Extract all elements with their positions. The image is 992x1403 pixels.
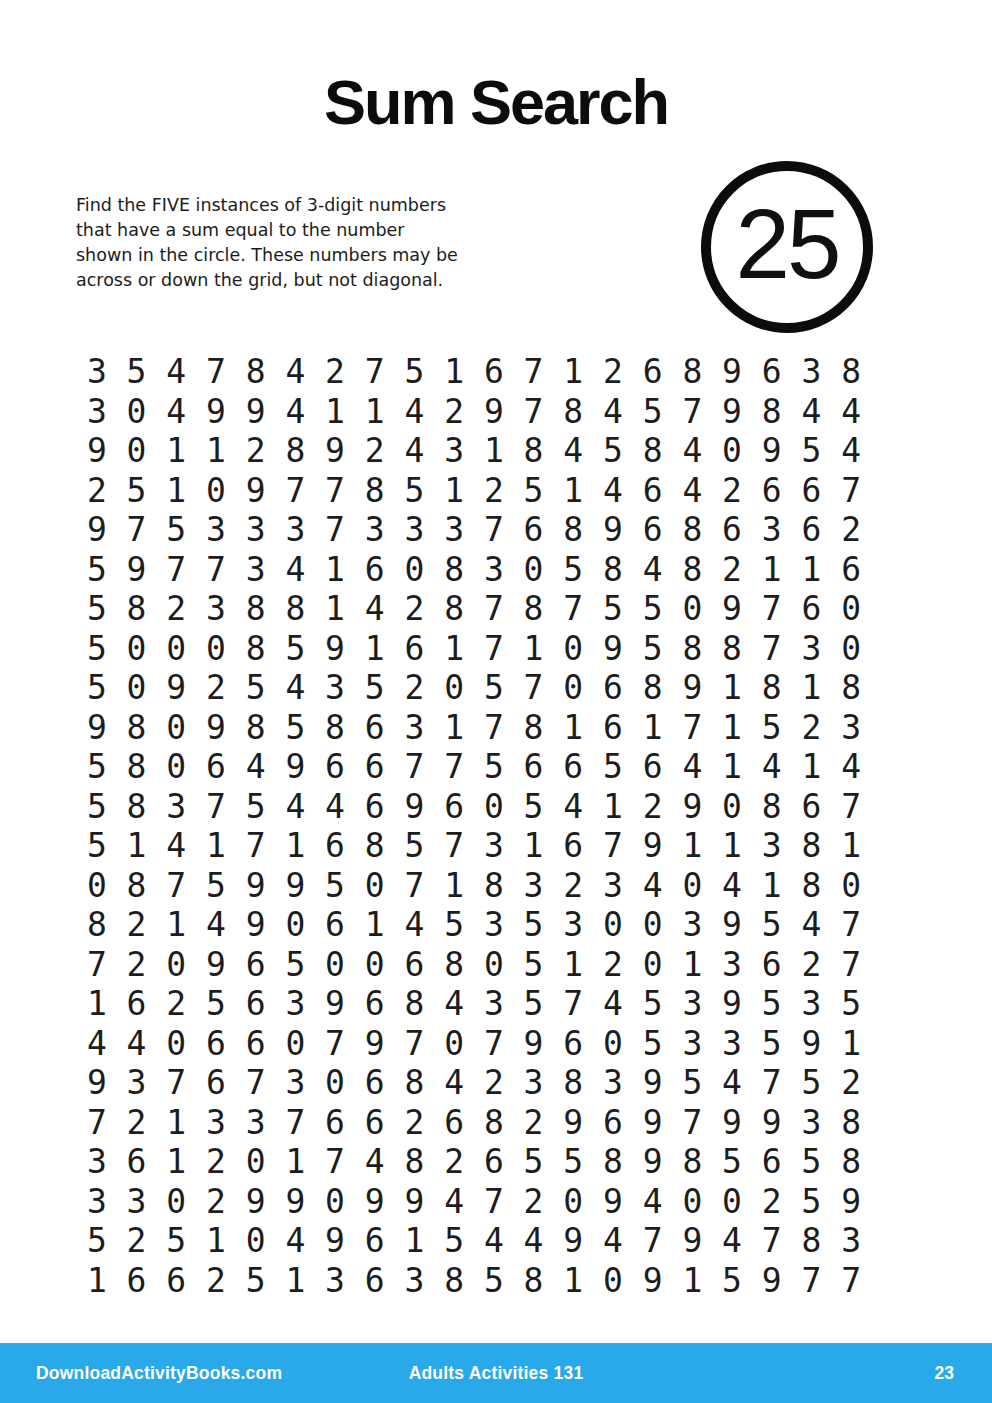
grid-cell: 7 (474, 629, 514, 669)
grid-cell: 8 (593, 1142, 633, 1182)
grid-cell: 6 (593, 1103, 633, 1143)
grid-cell: 4 (395, 392, 435, 432)
grid-cell: 9 (77, 510, 117, 550)
grid-cell: 5 (77, 747, 117, 787)
grid-cell: 7 (355, 352, 395, 392)
page-title: Sum Search (0, 66, 992, 138)
grid-cell: 4 (196, 905, 236, 945)
grid-cell: 8 (276, 589, 316, 629)
grid-cell: 6 (514, 747, 554, 787)
grid-cell: 5 (156, 510, 196, 550)
grid-cell: 9 (236, 392, 276, 432)
grid-cell: 1 (77, 1261, 117, 1301)
grid-cell: 3 (395, 708, 435, 748)
grid-cell: 0 (355, 945, 395, 985)
grid-cell: 8 (831, 352, 871, 392)
grid-cell: 1 (593, 787, 633, 827)
grid-cell: 5 (434, 1221, 474, 1261)
grid-cell: 1 (434, 352, 474, 392)
grid-cell: 1 (156, 1142, 196, 1182)
grid-cell: 2 (117, 945, 157, 985)
grid-cell: 8 (633, 431, 673, 471)
grid-cell: 9 (77, 708, 117, 748)
grid-cell: 6 (593, 708, 633, 748)
grid-cell: 7 (474, 1182, 514, 1222)
grid-cell: 3 (395, 510, 435, 550)
grid-cell: 3 (236, 510, 276, 550)
grid-cell: 5 (474, 747, 514, 787)
grid-cell: 1 (77, 984, 117, 1024)
grid-cell: 5 (792, 1063, 832, 1103)
grid-cell: 5 (633, 589, 673, 629)
grid-cell: 2 (514, 1103, 554, 1143)
grid-cell: 8 (315, 708, 355, 748)
grid-cell: 6 (633, 352, 673, 392)
instruction-line: Find the FIVE instances of 3-digit numbe… (76, 193, 546, 218)
grid-cell: 7 (236, 1063, 276, 1103)
grid-cell: 3 (514, 1063, 554, 1103)
grid-cell: 8 (673, 550, 713, 590)
grid-cell: 3 (395, 1261, 435, 1301)
grid-cell: 0 (355, 866, 395, 906)
grid-cell: 0 (117, 431, 157, 471)
grid-cell: 1 (156, 471, 196, 511)
grid-cell: 0 (434, 1024, 474, 1064)
grid-cell: 4 (593, 471, 633, 511)
grid-cell: 6 (474, 352, 514, 392)
grid-cell: 5 (77, 1221, 117, 1261)
grid-cell: 5 (752, 1024, 792, 1064)
grid-cell: 1 (673, 1261, 713, 1301)
grid-cell: 6 (792, 589, 832, 629)
grid-cell: 3 (792, 629, 832, 669)
grid-cell: 6 (593, 668, 633, 708)
grid-cell: 6 (633, 510, 673, 550)
grid-cell: 2 (831, 1063, 871, 1103)
grid-cell: 1 (831, 1024, 871, 1064)
grid-cell: 8 (434, 589, 474, 629)
grid-cell: 9 (77, 431, 117, 471)
grid-cell: 3 (196, 589, 236, 629)
grid-cell: 5 (514, 905, 554, 945)
grid-cell: 5 (236, 787, 276, 827)
grid-cell: 2 (315, 352, 355, 392)
grid-cell: 8 (752, 392, 792, 432)
grid-cell: 8 (276, 431, 316, 471)
grid-cell: 3 (315, 668, 355, 708)
grid-cell: 1 (633, 708, 673, 748)
grid-cell: 0 (553, 668, 593, 708)
grid-cell: 3 (117, 1063, 157, 1103)
grid-cell: 1 (156, 905, 196, 945)
grid-cell: 7 (196, 787, 236, 827)
grid-cell: 1 (276, 1261, 316, 1301)
grid-cell: 2 (117, 1103, 157, 1143)
grid-cell: 1 (395, 1221, 435, 1261)
grid-cell: 4 (276, 392, 316, 432)
grid-cell: 5 (633, 629, 673, 669)
grid-cell: 7 (792, 1261, 832, 1301)
grid-cell: 9 (633, 1063, 673, 1103)
grid-cell: 2 (831, 510, 871, 550)
grid-cell: 4 (593, 984, 633, 1024)
grid-cell: 2 (196, 1261, 236, 1301)
grid-cell: 4 (434, 1182, 474, 1222)
grid-cell: 0 (117, 392, 157, 432)
grid-cell: 0 (395, 550, 435, 590)
grid-cell: 4 (673, 747, 713, 787)
grid-cell: 5 (514, 984, 554, 1024)
grid-cell: 2 (117, 1221, 157, 1261)
grid-cell: 1 (315, 550, 355, 590)
grid-cell: 0 (712, 787, 752, 827)
grid-cell: 9 (236, 1182, 276, 1222)
grid-cell: 2 (792, 708, 832, 748)
grid-cell: 9 (196, 945, 236, 985)
grid-cell: 8 (236, 589, 276, 629)
grid-cell: 8 (434, 1261, 474, 1301)
grid-cell: 2 (434, 1142, 474, 1182)
grid-cell: 5 (315, 866, 355, 906)
grid-cell: 4 (831, 747, 871, 787)
grid-cell: 6 (633, 747, 673, 787)
grid-cell: 0 (593, 1024, 633, 1064)
grid-cell: 6 (434, 787, 474, 827)
grid-cell: 7 (434, 747, 474, 787)
grid-cell: 0 (156, 1024, 196, 1064)
grid-cell: 1 (315, 392, 355, 432)
grid-cell: 7 (831, 905, 871, 945)
target-sum-number: 25 (735, 195, 838, 299)
grid-cell: 8 (434, 550, 474, 590)
grid-cell: 1 (117, 826, 157, 866)
grid-cell: 3 (77, 1182, 117, 1222)
grid-cell: 5 (77, 668, 117, 708)
grid-cell: 8 (831, 1103, 871, 1143)
grid-cell: 2 (196, 668, 236, 708)
grid-cell: 0 (156, 1182, 196, 1222)
grid-cell: 1 (792, 668, 832, 708)
grid-cell: 9 (355, 1182, 395, 1222)
grid-cell: 5 (77, 629, 117, 669)
grid-cell: 8 (553, 510, 593, 550)
grid-cell: 1 (712, 708, 752, 748)
grid-cell: 8 (633, 668, 673, 708)
grid-cell: 6 (792, 787, 832, 827)
grid-cell: 6 (474, 1142, 514, 1182)
grid-cell: 7 (673, 392, 713, 432)
grid-cell: 0 (474, 945, 514, 985)
grid-cell: 5 (752, 905, 792, 945)
grid-cell: 5 (752, 708, 792, 748)
grid-cell: 9 (752, 431, 792, 471)
grid-cell: 5 (276, 945, 316, 985)
grid-cell: 7 (196, 550, 236, 590)
grid-cell: 3 (355, 510, 395, 550)
grid-cell: 7 (395, 747, 435, 787)
grid-cell: 5 (553, 1142, 593, 1182)
grid-cell: 2 (156, 589, 196, 629)
grid-cell: 6 (196, 747, 236, 787)
grid-cell: 1 (752, 550, 792, 590)
grid-cell: 5 (514, 945, 554, 985)
grid-cell: 9 (514, 1024, 554, 1064)
grid-cell: 9 (593, 510, 633, 550)
grid-cell: 9 (474, 392, 514, 432)
grid-cell: 5 (831, 984, 871, 1024)
grid-cell: 8 (355, 826, 395, 866)
grid-cell: 8 (673, 1142, 713, 1182)
grid-cell: 7 (276, 471, 316, 511)
grid-cell: 1 (752, 866, 792, 906)
grid-cell: 9 (156, 668, 196, 708)
grid-cell: 7 (196, 352, 236, 392)
grid-cell: 3 (434, 431, 474, 471)
grid-cell: 0 (117, 668, 157, 708)
grid-cell: 3 (117, 1182, 157, 1222)
grid-cell: 6 (395, 629, 435, 669)
grid-cell: 7 (514, 668, 554, 708)
grid-cell: 9 (117, 550, 157, 590)
grid-cell: 6 (792, 471, 832, 511)
grid-cell: 6 (752, 352, 792, 392)
grid-cell: 2 (236, 431, 276, 471)
grid-cell: 0 (77, 866, 117, 906)
grid-cell: 1 (315, 589, 355, 629)
grid-cell: 7 (514, 352, 554, 392)
grid-cell: 9 (553, 1103, 593, 1143)
grid-cell: 4 (117, 1024, 157, 1064)
grid-cell: 9 (276, 866, 316, 906)
grid-cell: 9 (633, 826, 673, 866)
grid-cell: 9 (712, 589, 752, 629)
grid-cell: 9 (633, 1103, 673, 1143)
grid-cell: 6 (553, 747, 593, 787)
grid-cell: 5 (514, 787, 554, 827)
grid-cell: 8 (514, 431, 554, 471)
grid-cell: 6 (117, 1261, 157, 1301)
grid-cell: 1 (276, 826, 316, 866)
grid-cell: 7 (752, 1221, 792, 1261)
grid-cell: 0 (156, 747, 196, 787)
grid-cell: 9 (315, 629, 355, 669)
grid-cell: 9 (315, 984, 355, 1024)
grid-cell: 9 (633, 1142, 673, 1182)
grid-cell: 7 (236, 826, 276, 866)
grid-cell: 2 (593, 352, 633, 392)
grid-cell: 8 (117, 787, 157, 827)
grid-cell: 4 (831, 392, 871, 432)
grid-cell: 7 (553, 984, 593, 1024)
grid-cell: 9 (752, 1103, 792, 1143)
grid-cell: 0 (673, 589, 713, 629)
grid-cell: 7 (315, 471, 355, 511)
grid-cell: 0 (514, 550, 554, 590)
grid-cell: 6 (236, 945, 276, 985)
grid-cell: 3 (831, 708, 871, 748)
grid-cell: 5 (593, 431, 633, 471)
grid-cell: 1 (276, 1142, 316, 1182)
grid-cell: 8 (673, 352, 713, 392)
grid-cell: 3 (236, 1103, 276, 1143)
footer-bar: DownloadActivityBooks.com Adults Activit… (0, 1343, 992, 1403)
grid-cell: 4 (633, 550, 673, 590)
grid-cell: 3 (77, 392, 117, 432)
grid-cell: 6 (355, 1261, 395, 1301)
grid-cell: 3 (673, 1024, 713, 1064)
grid-cell: 2 (474, 471, 514, 511)
grid-cell: 8 (117, 708, 157, 748)
grid-cell: 7 (752, 1063, 792, 1103)
grid-cell: 5 (752, 984, 792, 1024)
grid-cell: 8 (395, 1142, 435, 1182)
grid-cell: 0 (156, 945, 196, 985)
grid-cell: 4 (752, 747, 792, 787)
grid-cell: 8 (395, 1063, 435, 1103)
grid-cell: 2 (514, 1182, 554, 1222)
grid-cell: 1 (156, 431, 196, 471)
grid-cell: 6 (236, 1024, 276, 1064)
grid-cell: 3 (593, 1063, 633, 1103)
grid-cell: 7 (77, 945, 117, 985)
grid-cell: 7 (514, 392, 554, 432)
grid-cell: 4 (553, 787, 593, 827)
grid-cell: 7 (395, 866, 435, 906)
grid-cell: 4 (553, 431, 593, 471)
grid-cell: 8 (752, 668, 792, 708)
grid-cell: 0 (593, 1261, 633, 1301)
grid-cell: 9 (236, 471, 276, 511)
grid-cell: 3 (276, 984, 316, 1024)
grid-cell: 0 (276, 1024, 316, 1064)
grid-cell: 3 (593, 866, 633, 906)
grid-cell: 3 (156, 787, 196, 827)
grid-cell: 6 (355, 1103, 395, 1143)
grid-cell: 9 (395, 1182, 435, 1222)
grid-cell: 9 (593, 1182, 633, 1222)
grid-cell: 7 (474, 708, 514, 748)
grid-cell: 7 (831, 787, 871, 827)
grid-cell: 5 (355, 668, 395, 708)
grid-cell: 8 (673, 510, 713, 550)
grid-cell: 0 (196, 629, 236, 669)
grid-cell: 4 (712, 1221, 752, 1261)
grid-cell: 6 (355, 984, 395, 1024)
grid-cell: 9 (792, 1024, 832, 1064)
grid-cell: 8 (792, 826, 832, 866)
grid-cell: 9 (236, 905, 276, 945)
grid-cell: 0 (156, 629, 196, 669)
grid-cell: 4 (156, 392, 196, 432)
grid-cell: 7 (276, 1103, 316, 1143)
grid-cell: 8 (117, 589, 157, 629)
grid-cell: 0 (156, 708, 196, 748)
grid-cell: 7 (315, 510, 355, 550)
grid-cell: 5 (276, 708, 316, 748)
grid-cell: 1 (792, 550, 832, 590)
grid-cell: 5 (276, 629, 316, 669)
grid-cell: 9 (831, 1182, 871, 1222)
grid-cell: 0 (276, 905, 316, 945)
footer-book-title: Adults Activities 131 (0, 1363, 992, 1384)
grid-cell: 6 (434, 1103, 474, 1143)
grid-cell: 4 (434, 1063, 474, 1103)
grid-cell: 1 (712, 668, 752, 708)
grid-cell: 2 (792, 945, 832, 985)
grid-cell: 2 (633, 787, 673, 827)
grid-cell: 3 (712, 945, 752, 985)
grid-cell: 7 (831, 945, 871, 985)
grid-cell: 5 (474, 1261, 514, 1301)
grid-cell: 7 (474, 589, 514, 629)
grid-cell: 0 (712, 1182, 752, 1222)
grid-cell: 3 (553, 905, 593, 945)
grid-cell: 1 (434, 708, 474, 748)
grid-cell: 5 (236, 668, 276, 708)
grid-cell: 8 (792, 1221, 832, 1261)
grid-cell: 9 (553, 1221, 593, 1261)
grid-cell: 4 (831, 431, 871, 471)
grid-cell: 5 (434, 905, 474, 945)
grid-cell: 0 (315, 1063, 355, 1103)
grid-cell: 1 (474, 431, 514, 471)
grid-cell: 0 (236, 1221, 276, 1261)
grid-cell: 3 (474, 826, 514, 866)
grid-cell: 5 (633, 1024, 673, 1064)
grid-cell: 3 (792, 984, 832, 1024)
grid-cell: 1 (514, 629, 554, 669)
grid-cell: 7 (156, 1063, 196, 1103)
grid-cell: 5 (117, 471, 157, 511)
grid-cell: 0 (196, 471, 236, 511)
grid-cell: 8 (236, 708, 276, 748)
grid-cell: 2 (474, 1063, 514, 1103)
grid-cell: 5 (196, 866, 236, 906)
grid-cell: 5 (196, 984, 236, 1024)
grid-cell: 5 (77, 787, 117, 827)
grid-cell: 1 (831, 826, 871, 866)
grid-cell: 0 (117, 629, 157, 669)
grid-cell: 7 (156, 866, 196, 906)
grid-cell: 0 (633, 945, 673, 985)
grid-cell: 3 (315, 1261, 355, 1301)
grid-cell: 8 (117, 866, 157, 906)
grid-cell: 9 (712, 1103, 752, 1143)
grid-cell: 8 (514, 708, 554, 748)
grid-cell: 6 (355, 1063, 395, 1103)
grid-cell: 2 (752, 1182, 792, 1222)
grid-cell: 7 (315, 1142, 355, 1182)
grid-cell: 6 (355, 1221, 395, 1261)
grid-cell: 4 (792, 905, 832, 945)
grid-cell: 5 (553, 550, 593, 590)
grid-cell: 6 (315, 826, 355, 866)
grid-cell: 6 (553, 1024, 593, 1064)
grid-cell: 8 (831, 1142, 871, 1182)
grid-cell: 5 (395, 826, 435, 866)
grid-cell: 8 (514, 1261, 554, 1301)
grid-cell: 4 (514, 1221, 554, 1261)
grid-cell: 4 (673, 471, 713, 511)
grid-cell: 5 (712, 1142, 752, 1182)
grid-cell: 8 (236, 629, 276, 669)
grid-cell: 2 (395, 1103, 435, 1143)
grid-cell: 9 (673, 787, 713, 827)
grid-cell: 9 (593, 629, 633, 669)
grid-cell: 4 (276, 787, 316, 827)
grid-cell: 9 (752, 1261, 792, 1301)
grid-cell: 3 (673, 905, 713, 945)
